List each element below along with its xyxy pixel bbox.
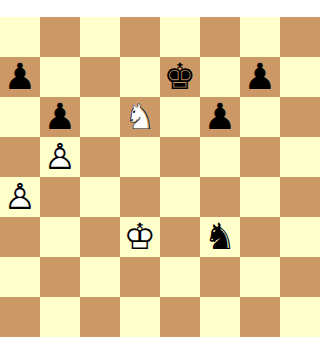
square-b4[interactable]	[40, 177, 80, 217]
black-king[interactable]: ♚	[160, 57, 200, 97]
square-a5[interactable]	[0, 137, 40, 177]
black-knight[interactable]: ♞	[200, 217, 240, 257]
square-g5[interactable]	[240, 137, 280, 177]
square-d3[interactable]: ♚♔	[120, 217, 160, 257]
square-b1[interactable]	[40, 297, 80, 337]
square-d5[interactable]	[120, 137, 160, 177]
square-g8[interactable]	[240, 17, 280, 57]
square-f4[interactable]	[200, 177, 240, 217]
square-a4[interactable]: ♟♙	[0, 177, 40, 217]
square-h7[interactable]	[280, 57, 320, 97]
square-f7[interactable]	[200, 57, 240, 97]
square-a6[interactable]	[0, 97, 40, 137]
square-a2[interactable]	[0, 257, 40, 297]
square-f5[interactable]	[200, 137, 240, 177]
titlebar: Crafty.286	[0, 0, 320, 17]
square-d8[interactable]	[120, 17, 160, 57]
square-g3[interactable]	[240, 217, 280, 257]
square-a8[interactable]	[0, 17, 40, 57]
square-b8[interactable]	[40, 17, 80, 57]
square-e7[interactable]: ♚	[160, 57, 200, 97]
square-h8[interactable]	[280, 17, 320, 57]
square-e6[interactable]	[160, 97, 200, 137]
black-pawn[interactable]: ♟	[40, 97, 80, 137]
square-b3[interactable]	[40, 217, 80, 257]
square-f2[interactable]	[200, 257, 240, 297]
black-pawn[interactable]: ♟	[200, 97, 240, 137]
square-c4[interactable]	[80, 177, 120, 217]
square-e8[interactable]	[160, 17, 200, 57]
square-d6[interactable]: ♞♘	[120, 97, 160, 137]
square-c6[interactable]	[80, 97, 120, 137]
square-c8[interactable]	[80, 17, 120, 57]
square-d4[interactable]	[120, 177, 160, 217]
chess-app-window: Crafty.286 ♟♚♟♟♞♘♟♟♙♟♙♚♔♞ 1. ?	[0, 0, 320, 360]
chess-board: ♟♚♟♟♞♘♟♟♙♟♙♚♔♞	[0, 17, 320, 337]
square-c2[interactable]	[80, 257, 120, 297]
square-c3[interactable]	[80, 217, 120, 257]
square-a3[interactable]	[0, 217, 40, 257]
black-pawn[interactable]: ♟	[0, 57, 40, 97]
square-h5[interactable]	[280, 137, 320, 177]
square-c1[interactable]	[80, 297, 120, 337]
square-g4[interactable]	[240, 177, 280, 217]
square-c5[interactable]	[80, 137, 120, 177]
square-d7[interactable]	[120, 57, 160, 97]
square-e4[interactable]	[160, 177, 200, 217]
statusbar: 1. ?	[0, 337, 320, 360]
square-d2[interactable]	[120, 257, 160, 297]
black-pawn[interactable]: ♟	[240, 57, 280, 97]
square-h3[interactable]	[280, 217, 320, 257]
square-e5[interactable]	[160, 137, 200, 177]
square-f6[interactable]: ♟	[200, 97, 240, 137]
square-g2[interactable]	[240, 257, 280, 297]
square-g7[interactable]: ♟	[240, 57, 280, 97]
white-knight[interactable]: ♘	[120, 97, 160, 137]
square-b2[interactable]	[40, 257, 80, 297]
square-a1[interactable]	[0, 297, 40, 337]
square-d1[interactable]	[120, 297, 160, 337]
square-h1[interactable]	[280, 297, 320, 337]
square-h4[interactable]	[280, 177, 320, 217]
square-f8[interactable]	[200, 17, 240, 57]
square-f3[interactable]: ♞	[200, 217, 240, 257]
square-f1[interactable]	[200, 297, 240, 337]
square-h6[interactable]	[280, 97, 320, 137]
square-a7[interactable]: ♟	[0, 57, 40, 97]
white-king[interactable]: ♔	[120, 217, 160, 257]
square-e2[interactable]	[160, 257, 200, 297]
square-g1[interactable]	[240, 297, 280, 337]
square-c7[interactable]	[80, 57, 120, 97]
square-h2[interactable]	[280, 257, 320, 297]
white-pawn[interactable]: ♙	[40, 137, 80, 177]
square-b6[interactable]: ♟	[40, 97, 80, 137]
square-e1[interactable]	[160, 297, 200, 337]
square-b7[interactable]	[40, 57, 80, 97]
square-e3[interactable]	[160, 217, 200, 257]
square-b5[interactable]: ♟♙	[40, 137, 80, 177]
white-pawn[interactable]: ♙	[0, 177, 40, 217]
square-g6[interactable]	[240, 97, 280, 137]
